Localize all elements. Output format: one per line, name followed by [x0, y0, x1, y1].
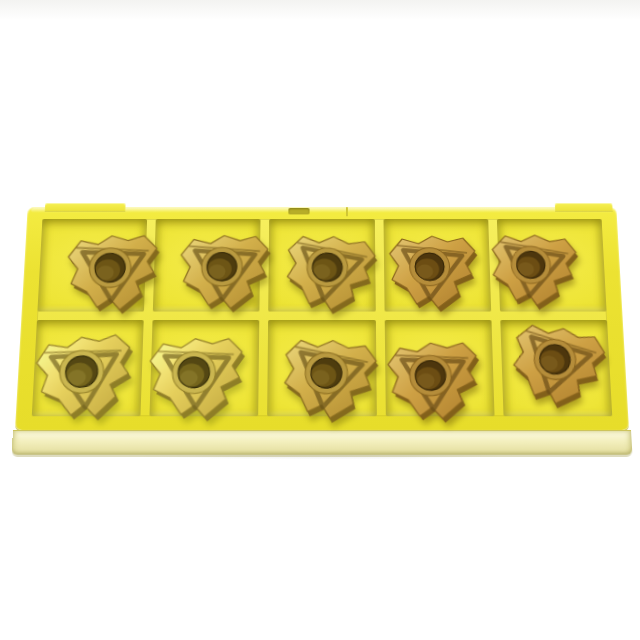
carbide-insert-graphic	[27, 318, 144, 436]
carbide-insert-graphic	[61, 221, 165, 324]
page-background: { "scene": { "description": "Overhead pr…	[0, 0, 640, 640]
carbide-insert	[499, 307, 615, 423]
carbide-insert	[143, 323, 253, 432]
carbide-insert-graphic	[175, 223, 276, 321]
tray-front-face	[12, 430, 633, 455]
insert-tray	[15, 207, 629, 430]
carbide-insert	[484, 221, 582, 318]
carbide-insert	[380, 328, 490, 433]
insert-layer	[15, 207, 629, 430]
carbide-insert-graphic	[143, 323, 253, 432]
carbide-insert	[272, 324, 385, 434]
carbide-insert-graphic	[272, 324, 385, 434]
carbide-insert-graphic	[275, 221, 384, 325]
carbide-insert-graphic	[384, 225, 483, 318]
carbide-insert	[61, 221, 165, 324]
carbide-insert	[175, 223, 276, 321]
carbide-insert-graphic	[499, 307, 615, 423]
carbide-insert-graphic	[484, 221, 582, 318]
carbide-insert	[384, 225, 483, 318]
carbide-insert	[27, 318, 144, 436]
product-photo	[0, 0, 640, 640]
carbide-insert-graphic	[380, 328, 490, 433]
carbide-insert	[275, 221, 384, 325]
